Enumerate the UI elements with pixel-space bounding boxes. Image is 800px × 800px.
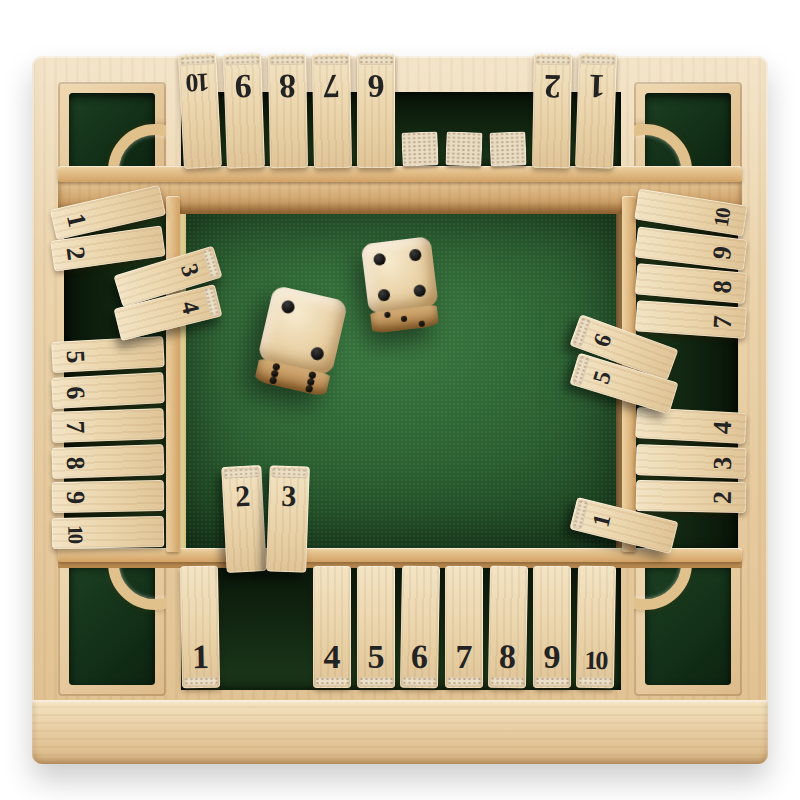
tile-top-10[interactable]: 10 bbox=[178, 53, 222, 169]
tile-number: 10 bbox=[179, 68, 218, 96]
tile-end-grain bbox=[490, 677, 524, 687]
tile-left-9[interactable]: 9 bbox=[52, 480, 165, 513]
die-pip bbox=[413, 284, 426, 297]
tile-number: 5 bbox=[357, 640, 395, 674]
tile-end-grain bbox=[225, 55, 259, 65]
tile-number: 1 bbox=[181, 640, 220, 675]
tile-end-grain bbox=[578, 677, 612, 687]
tile-end-grain bbox=[359, 56, 393, 65]
tile-bottom-9[interactable]: 9 bbox=[533, 566, 571, 688]
tile-number: 2 bbox=[533, 69, 572, 104]
die-pip bbox=[409, 248, 422, 261]
die-pip bbox=[419, 320, 426, 327]
die-pip bbox=[373, 253, 386, 266]
tile-bottom-10[interactable]: 10 bbox=[576, 566, 616, 689]
inner-rail-top bbox=[58, 166, 742, 182]
tile-end-grain bbox=[581, 55, 615, 65]
tile-top-3-shut[interactable] bbox=[489, 131, 526, 166]
board-frame-front-face bbox=[32, 700, 768, 764]
tile-number: 9 bbox=[224, 68, 263, 103]
die-pip bbox=[304, 385, 312, 393]
tile-number: 6 bbox=[400, 640, 439, 675]
tile-end-grain bbox=[270, 56, 304, 66]
inner-rail-left bbox=[166, 196, 180, 552]
tile-top-5-shut[interactable] bbox=[401, 131, 438, 166]
tile-number: 4 bbox=[175, 289, 206, 324]
tile-end-grain bbox=[535, 677, 569, 686]
tile-number: 6 bbox=[61, 376, 89, 407]
tile-number: 5 bbox=[586, 358, 618, 394]
tile-top-1[interactable]: 1 bbox=[575, 53, 617, 168]
tile-bottom-7[interactable]: 7 bbox=[445, 566, 483, 688]
tile-number: 8 bbox=[488, 640, 527, 675]
corner-box-bottom-right bbox=[634, 552, 742, 696]
tile-left-10[interactable]: 10 bbox=[52, 516, 165, 549]
die-pip bbox=[377, 289, 390, 302]
tile-end-grain bbox=[359, 677, 393, 686]
tile-end-grain bbox=[447, 677, 481, 686]
die-2-top-face bbox=[361, 236, 439, 314]
die-pip bbox=[310, 346, 326, 362]
tile-number: 2 bbox=[60, 236, 90, 269]
die-pip-grid bbox=[267, 295, 338, 366]
tile-right-2[interactable]: 2 bbox=[636, 480, 747, 513]
die-pip-grid bbox=[378, 307, 431, 332]
tile-number: 9 bbox=[708, 235, 737, 268]
tile-number: 1 bbox=[60, 202, 92, 237]
die-pip bbox=[268, 377, 276, 385]
tile-end-grain bbox=[536, 56, 570, 66]
tile-number: 8 bbox=[268, 69, 307, 104]
tile-number: 2 bbox=[710, 482, 737, 512]
tile-number: 5 bbox=[61, 341, 89, 372]
tile-end-grain bbox=[184, 677, 218, 687]
tile-number: 2 bbox=[222, 480, 264, 512]
tile-number: 6 bbox=[357, 69, 395, 103]
tile-end-grain bbox=[271, 467, 307, 478]
tile-number: 7 bbox=[62, 411, 89, 442]
tile-bottom-3-shut[interactable]: 3 bbox=[266, 465, 310, 572]
corner-box-bottom-left bbox=[58, 552, 166, 696]
tile-number: 3 bbox=[174, 252, 206, 288]
tile-end-grain bbox=[223, 467, 259, 479]
tile-end-grain bbox=[315, 677, 349, 686]
tile-top-7[interactable]: 7 bbox=[312, 54, 352, 169]
tile-bottom-5[interactable]: 5 bbox=[357, 566, 395, 688]
tile-bottom-4[interactable]: 4 bbox=[313, 566, 351, 688]
tile-right-4[interactable]: 4 bbox=[635, 407, 746, 444]
tile-number: 6 bbox=[586, 321, 619, 357]
tile-number: 7 bbox=[709, 305, 737, 337]
tile-top-9[interactable]: 9 bbox=[223, 53, 265, 168]
die-pip-grid bbox=[369, 245, 430, 306]
tile-number: 10 bbox=[576, 648, 614, 675]
tile-number: 8 bbox=[709, 270, 738, 302]
tile-bottom-2-shut[interactable]: 2 bbox=[221, 465, 266, 573]
tile-end-grain bbox=[180, 55, 214, 66]
inner-rail-bottom bbox=[58, 548, 742, 562]
tile-number: 9 bbox=[533, 640, 571, 674]
tile-top-4-shut[interactable] bbox=[445, 131, 482, 166]
tile-right-3[interactable]: 3 bbox=[635, 444, 746, 479]
tile-top-8[interactable]: 8 bbox=[268, 54, 308, 169]
tile-number: 7 bbox=[445, 640, 483, 674]
tile-bottom-6[interactable]: 6 bbox=[400, 566, 440, 689]
tile-number: 8 bbox=[62, 447, 89, 478]
die-2[interactable] bbox=[361, 236, 442, 336]
tile-left-5[interactable]: 5 bbox=[51, 336, 164, 373]
tile-top-2[interactable]: 2 bbox=[532, 54, 572, 169]
tile-number: 1 bbox=[577, 68, 616, 103]
tile-number: 3 bbox=[268, 480, 309, 511]
tile-end-grain bbox=[314, 56, 348, 66]
tile-bottom-8[interactable]: 8 bbox=[488, 566, 528, 689]
shut-the-box-game: 1098762112345678910123456789101098765432… bbox=[0, 0, 800, 800]
tile-left-7[interactable]: 7 bbox=[51, 408, 164, 443]
tile-top-6[interactable]: 6 bbox=[357, 54, 395, 168]
tile-bottom-1[interactable]: 1 bbox=[180, 566, 220, 689]
tile-number: 10 bbox=[64, 517, 86, 547]
die-pip bbox=[280, 299, 296, 315]
tile-number: 4 bbox=[313, 640, 351, 674]
tile-end-grain bbox=[402, 677, 436, 687]
tile-number: 3 bbox=[709, 447, 736, 478]
tile-left-6[interactable]: 6 bbox=[51, 372, 164, 409]
tile-left-8[interactable]: 8 bbox=[51, 444, 164, 479]
tile-number: 1 bbox=[586, 502, 617, 537]
tile-number: 10 bbox=[710, 201, 735, 234]
tile-number: 7 bbox=[312, 69, 351, 104]
tile-number: 9 bbox=[62, 482, 89, 512]
tile-number: 4 bbox=[709, 412, 737, 443]
